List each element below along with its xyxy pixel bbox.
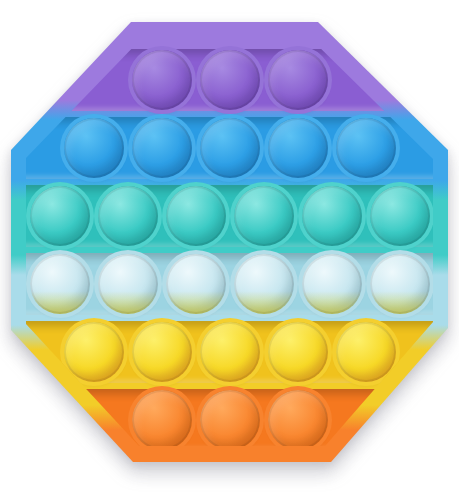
popit-bubble-teal-2[interactable] bbox=[98, 186, 158, 246]
product-photo-background bbox=[0, 0, 459, 500]
popit-bubble-purple-1[interactable] bbox=[132, 50, 192, 110]
popit-bubble-yellow-1[interactable] bbox=[64, 322, 124, 382]
popit-bubble-yellow-2[interactable] bbox=[132, 322, 192, 382]
popit-bubble-blue-3[interactable] bbox=[200, 118, 260, 178]
popit-bubble-yellow-4[interactable] bbox=[268, 322, 328, 382]
popit-bubble-teal-5[interactable] bbox=[302, 186, 362, 246]
popit-bubble-purple-3[interactable] bbox=[268, 50, 328, 110]
popit-bubble-blue-5[interactable] bbox=[336, 118, 396, 178]
popit-toy bbox=[0, 0, 459, 500]
popit-bubble-pale-blue-3[interactable] bbox=[166, 254, 226, 314]
popit-bubble-teal-3[interactable] bbox=[166, 186, 226, 246]
popit-bubble-purple-2[interactable] bbox=[200, 50, 260, 110]
popit-bubble-teal-1[interactable] bbox=[30, 186, 90, 246]
popit-bubble-blue-4[interactable] bbox=[268, 118, 328, 178]
popit-face bbox=[0, 0, 459, 500]
popit-bubble-teal-6[interactable] bbox=[370, 186, 430, 246]
popit-bubble-orange-1[interactable] bbox=[132, 390, 192, 450]
popit-bubble-pale-blue-6[interactable] bbox=[370, 254, 430, 314]
popit-bubble-orange-3[interactable] bbox=[268, 390, 328, 450]
popit-bubble-yellow-5[interactable] bbox=[336, 322, 396, 382]
popit-bubble-blue-1[interactable] bbox=[64, 118, 124, 178]
popit-bubble-blue-2[interactable] bbox=[132, 118, 192, 178]
popit-bubble-teal-4[interactable] bbox=[234, 186, 294, 246]
popit-bubble-orange-2[interactable] bbox=[200, 390, 260, 450]
popit-bubble-pale-blue-2[interactable] bbox=[98, 254, 158, 314]
popit-bubble-pale-blue-1[interactable] bbox=[30, 254, 90, 314]
popit-bubble-pale-blue-5[interactable] bbox=[302, 254, 362, 314]
popit-bubble-yellow-3[interactable] bbox=[200, 322, 260, 382]
popit-bubble-pale-blue-4[interactable] bbox=[234, 254, 294, 314]
